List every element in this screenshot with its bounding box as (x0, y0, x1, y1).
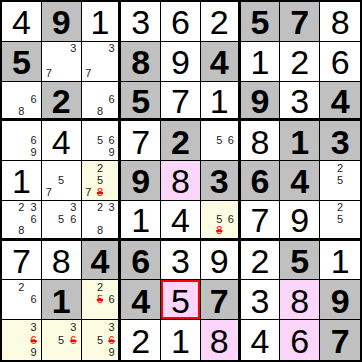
candidate-9: 9 (28, 346, 40, 359)
cell-r9c2[interactable]: 356 (42, 320, 82, 360)
solved-digit: 9 (210, 244, 229, 278)
given-digit: 2 (52, 84, 71, 118)
solved-digit: 3 (251, 284, 270, 318)
cell-r9c5[interactable]: 1 (161, 320, 201, 360)
candidate-3: 3 (67, 202, 79, 214)
cell-r5c5[interactable]: 8 (161, 161, 201, 201)
cell-r1c4[interactable]: 3 (121, 2, 161, 42)
cell-r9c6[interactable]: 8 (201, 320, 241, 360)
given-digit: 7 (331, 324, 350, 358)
candidate-2: 2 (94, 202, 106, 214)
cell-r2c3[interactable]: 37 (82, 42, 122, 82)
candidate-7: 7 (43, 67, 55, 79)
cell-r7c7[interactable]: 2 (241, 241, 281, 281)
cell-r2c2[interactable]: 37 (42, 42, 82, 82)
given-digit: 5 (12, 45, 31, 79)
cell-r2c1[interactable]: 5 (2, 42, 42, 82)
candidate-grid: 68 (2, 82, 41, 119)
cell-r2c6[interactable]: 4 (201, 42, 241, 82)
cell-r5c1[interactable]: 1 (2, 161, 42, 201)
given-digit: 9 (331, 284, 350, 318)
cell-r3c8[interactable]: 3 (280, 82, 320, 122)
candidate-5: 5 (55, 213, 67, 225)
solved-digit: 8 (52, 244, 71, 278)
candidate-6: 6 (225, 135, 237, 147)
candidate-9: 9 (106, 147, 118, 159)
cell-r8c8[interactable]: 8 (280, 280, 320, 320)
solved-digit: 2 (131, 324, 150, 358)
candidate-grid: 37 (82, 42, 119, 81)
cell-r7c9[interactable]: 1 (320, 241, 360, 281)
solved-digit: 4 (251, 324, 270, 358)
cell-r6c5[interactable]: 4 (161, 201, 201, 241)
solved-digit: 8 (251, 125, 270, 159)
eliminated-candidate-6: 6 (28, 334, 40, 347)
cell-r6c6[interactable]: 568 (201, 201, 241, 241)
cell-r5c4[interactable]: 9 (121, 161, 161, 201)
cell-r6c7[interactable]: 7 (241, 201, 281, 241)
cell-r6c4[interactable]: 1 (121, 201, 161, 241)
cell-r2c5[interactable]: 9 (161, 42, 201, 82)
candidate-grid: 25 (320, 161, 360, 200)
given-digit: 5 (251, 5, 270, 39)
given-digit: 9 (251, 84, 270, 118)
candidate-3: 3 (106, 202, 118, 214)
candidate-6: 6 (225, 213, 237, 225)
candidate-2: 2 (94, 162, 106, 174)
cell-r3c1[interactable]: 68 (2, 82, 42, 122)
solved-digit: 4 (171, 203, 190, 237)
solved-digit: 4 (12, 5, 31, 39)
cell-r3c9[interactable]: 4 (320, 82, 360, 122)
cell-r1c3[interactable]: 1 (82, 2, 122, 42)
cell-r3c3[interactable]: 68 (82, 82, 122, 122)
candidate-6: 6 (106, 294, 118, 306)
cell-r5c6[interactable]: 3 (201, 161, 241, 201)
cell-r4c1[interactable]: 69 (2, 121, 42, 161)
cell-r1c5[interactable]: 6 (161, 2, 201, 42)
cell-r4c2[interactable]: 4 (42, 121, 82, 161)
candidate-3: 3 (67, 321, 79, 334)
cell-r8c9[interactable]: 9 (320, 280, 360, 320)
candidate-grid: 568 (201, 201, 238, 238)
cell-r2c7[interactable]: 1 (241, 42, 281, 82)
candidate-6: 6 (106, 135, 118, 147)
cell-r7c5[interactable]: 3 (161, 241, 201, 281)
cell-r3c2[interactable]: 2 (42, 82, 82, 122)
solved-digit: 5 (171, 284, 190, 318)
solved-digit: 7 (131, 125, 150, 159)
eliminated-candidate-8: 8 (213, 225, 225, 237)
cell-r4c6[interactable]: 56 (201, 121, 241, 161)
solved-digit: 2 (290, 45, 309, 79)
solved-digit: 1 (12, 164, 31, 198)
given-digit: 9 (52, 5, 71, 39)
cell-r7c8[interactable]: 5 (280, 241, 320, 281)
given-digit: 1 (290, 125, 309, 159)
cell-r7c1[interactable]: 7 (2, 241, 42, 281)
solved-digit: 1 (131, 203, 150, 237)
solved-digit: 3 (290, 84, 309, 118)
solved-digit: 1 (251, 45, 270, 79)
candidate-2: 2 (15, 202, 27, 214)
solved-digit: 6 (331, 45, 350, 79)
eliminated-candidate-6: 6 (106, 334, 118, 347)
given-digit: 9 (131, 164, 150, 198)
sudoku-board: 4913625785373789412668268571934694569725… (0, 0, 362, 362)
cell-r8c4[interactable]: 4 (121, 280, 161, 320)
cell-r9c7[interactable]: 4 (241, 320, 281, 360)
cell-r5c7[interactable]: 6 (241, 161, 281, 201)
cell-r9c3[interactable]: 3569 (82, 320, 122, 360)
given-digit: 3 (331, 125, 350, 159)
cell-r6c1[interactable]: 2368 (2, 201, 42, 241)
eliminated-candidate-8: 8 (94, 187, 106, 199)
candidate-8: 8 (94, 106, 106, 118)
candidate-grid: 256 (82, 280, 119, 319)
cell-r5c8[interactable]: 4 (280, 161, 320, 201)
candidate-grid: 238 (82, 201, 119, 238)
cell-r4c4[interactable]: 7 (121, 121, 161, 161)
candidate-grid: 69 (2, 121, 41, 160)
given-digit: 7 (210, 284, 229, 318)
cell-r3c7[interactable]: 9 (241, 82, 281, 122)
given-digit: 2 (171, 125, 190, 159)
candidate-9: 9 (28, 147, 40, 159)
given-digit: 4 (210, 45, 229, 79)
candidate-6: 6 (28, 294, 40, 306)
candidate-8: 8 (94, 225, 106, 237)
candidate-5: 5 (55, 334, 67, 347)
cell-r3c5[interactable]: 7 (161, 82, 201, 122)
candidate-3: 3 (28, 202, 40, 214)
given-digit: 6 (251, 164, 270, 198)
given-digit: 5 (290, 244, 309, 278)
solved-digit: 1 (171, 324, 190, 358)
candidate-7: 7 (83, 67, 95, 79)
candidate-grid: 56 (201, 121, 238, 160)
given-digit: 4 (131, 284, 150, 318)
candidate-grid: 26 (2, 280, 41, 319)
eliminated-candidate-6: 6 (67, 334, 79, 347)
cell-r6c3[interactable]: 238 (82, 201, 122, 241)
cell-r6c9[interactable]: 25 (320, 201, 360, 241)
candidate-2: 2 (15, 281, 27, 293)
cell-r7c6[interactable]: 9 (201, 241, 241, 281)
solved-digit: 7 (251, 203, 270, 237)
candidate-6: 6 (106, 94, 118, 106)
cell-r8c3[interactable]: 256 (82, 280, 122, 320)
cell-r4c8[interactable]: 1 (280, 121, 320, 161)
cell-r1c7[interactable]: 5 (241, 2, 281, 42)
given-digit: 8 (131, 45, 150, 79)
solved-digit: 7 (12, 244, 31, 278)
eliminated-candidate-5: 5 (94, 294, 106, 306)
cell-r9c9[interactable]: 7 (320, 320, 360, 360)
candidate-5: 5 (55, 174, 67, 186)
solved-digit: 8 (210, 324, 229, 358)
candidate-grid: 57 (42, 161, 81, 200)
candidate-3: 3 (106, 321, 118, 334)
solved-digit: 9 (171, 45, 190, 79)
cell-r1c2[interactable]: 9 (42, 2, 82, 42)
given-digit: 4 (331, 84, 350, 118)
candidate-3: 3 (67, 43, 79, 55)
candidate-2: 2 (334, 202, 347, 214)
given-digit: 3 (210, 164, 229, 198)
candidate-grid: 37 (42, 42, 81, 81)
solved-digit: 7 (171, 84, 190, 118)
candidate-grid: 569 (82, 121, 119, 160)
cell-r4c7[interactable]: 8 (241, 121, 281, 161)
given-digit: 7 (290, 5, 309, 39)
cell-r7c3[interactable]: 4 (82, 241, 122, 281)
cell-r4c5[interactable]: 2 (161, 121, 201, 161)
cell-r8c1[interactable]: 26 (2, 280, 42, 320)
cell-r4c9[interactable]: 3 (320, 121, 360, 161)
solved-digit: 4 (52, 125, 71, 159)
cell-r6c8[interactable]: 9 (280, 201, 320, 241)
candidate-5: 5 (94, 334, 106, 347)
candidate-grid: 2578 (82, 161, 119, 200)
candidate-6: 6 (28, 135, 40, 147)
cell-r7c4[interactable]: 6 (121, 241, 161, 281)
candidate-6: 6 (28, 94, 40, 106)
candidate-5: 5 (334, 213, 347, 225)
candidate-5: 5 (213, 213, 225, 225)
cell-r3c6[interactable]: 1 (201, 82, 241, 122)
cell-r8c6[interactable]: 7 (201, 280, 241, 320)
solved-digit: 1 (331, 244, 350, 278)
candidate-7: 7 (43, 187, 55, 199)
solved-digit: 8 (290, 284, 309, 318)
given-digit: 6 (131, 244, 150, 278)
cell-r5c9[interactable]: 25 (320, 161, 360, 201)
cell-r7c2[interactable]: 8 (42, 241, 82, 281)
candidate-2: 2 (94, 281, 106, 293)
solved-digit: 3 (131, 5, 150, 39)
candidate-5: 5 (334, 174, 347, 186)
solved-digit: 2 (210, 5, 229, 39)
selected-cell-r8c5[interactable]: 5 (161, 280, 201, 320)
candidate-2: 2 (334, 162, 347, 174)
cell-r2c8[interactable]: 2 (280, 42, 320, 82)
cell-r2c9[interactable]: 6 (320, 42, 360, 82)
candidate-8: 8 (15, 225, 27, 237)
cell-r9c4[interactable]: 2 (121, 320, 161, 360)
cell-r4c3[interactable]: 569 (82, 121, 122, 161)
candidate-5: 5 (94, 135, 106, 147)
solved-digit: 9 (290, 203, 309, 237)
given-digit: 5 (131, 84, 150, 118)
cell-r5c3[interactable]: 2578 (82, 161, 122, 201)
candidate-6: 6 (67, 213, 79, 225)
solved-digit: 2 (251, 244, 270, 278)
cell-r1c6[interactable]: 2 (201, 2, 241, 42)
cell-r1c9[interactable]: 8 (320, 2, 360, 42)
candidate-grid: 369 (2, 320, 41, 360)
candidate-grid: 68 (82, 82, 119, 119)
cell-r8c2[interactable]: 1 (42, 280, 82, 320)
candidate-7: 7 (83, 187, 95, 199)
candidate-grid: 25 (320, 201, 360, 238)
cell-r1c1[interactable]: 4 (2, 2, 42, 42)
candidate-grid: 356 (42, 201, 81, 238)
candidate-grid: 2368 (2, 201, 41, 238)
cell-r6c2[interactable]: 356 (42, 201, 82, 241)
solved-digit: 3 (171, 244, 190, 278)
solved-digit: 6 (171, 5, 190, 39)
candidate-grid: 3569 (82, 320, 119, 360)
solved-digit: 1 (210, 84, 229, 118)
cell-r5c2[interactable]: 57 (42, 161, 82, 201)
given-digit: 1 (52, 284, 71, 318)
given-digit: 4 (90, 244, 109, 278)
solved-digit: 6 (290, 324, 309, 358)
candidate-9: 9 (106, 346, 118, 359)
cell-r9c1[interactable]: 369 (2, 320, 42, 360)
cell-r3c4[interactable]: 5 (121, 82, 161, 122)
candidate-8: 8 (15, 106, 27, 118)
cell-r8c7[interactable]: 3 (241, 280, 281, 320)
solved-digit: 8 (171, 164, 190, 198)
candidate-5: 5 (94, 174, 106, 186)
given-digit: 4 (290, 164, 309, 198)
candidate-3: 3 (28, 321, 40, 334)
candidate-6: 6 (28, 213, 40, 225)
cell-r1c8[interactable]: 7 (280, 2, 320, 42)
candidate-5: 5 (213, 135, 225, 147)
solved-digit: 8 (331, 5, 350, 39)
solved-digit: 1 (90, 5, 109, 39)
cell-r9c8[interactable]: 6 (280, 320, 320, 360)
candidate-grid: 356 (42, 320, 81, 360)
candidate-3: 3 (106, 43, 118, 55)
cell-r2c4[interactable]: 8 (121, 42, 161, 82)
